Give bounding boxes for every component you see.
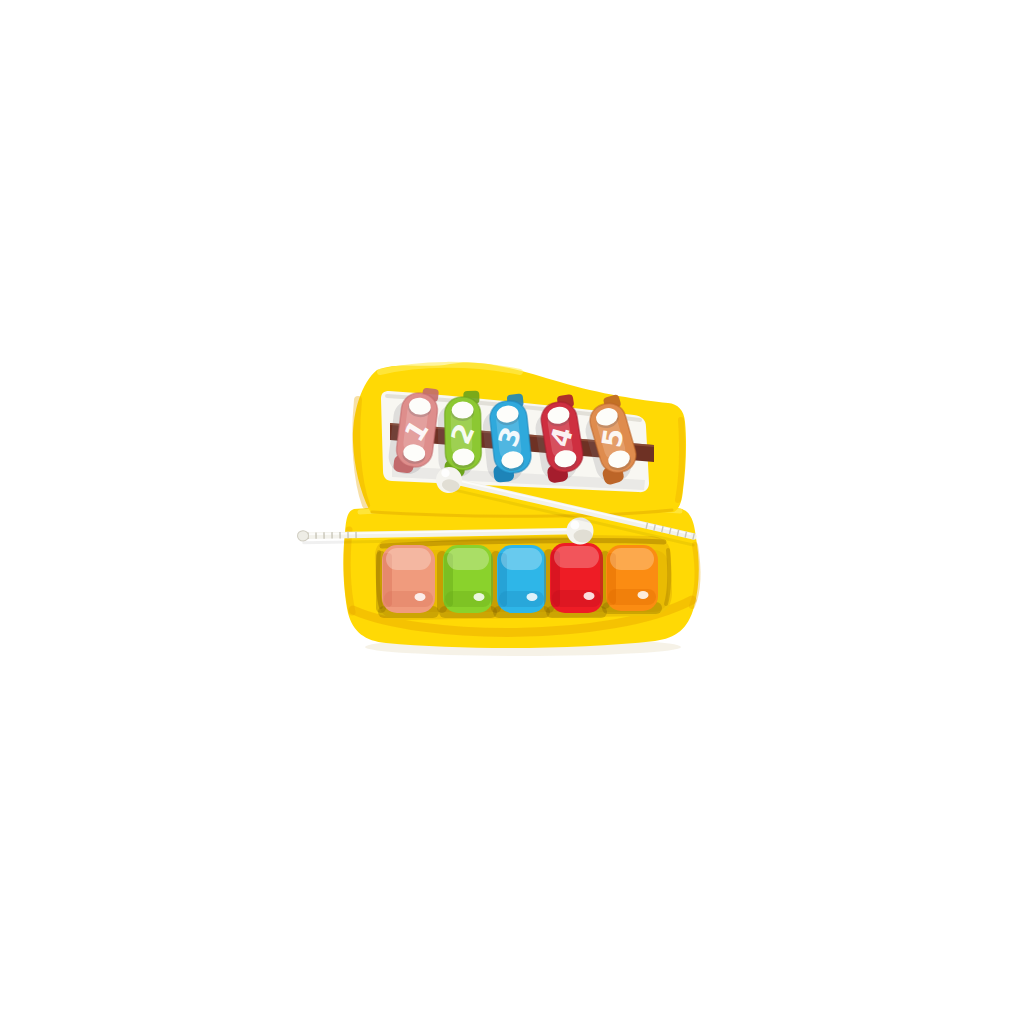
- key-4-sheen: [554, 546, 599, 568]
- key-3-sheen: [501, 548, 542, 570]
- piano-key-5: [600, 545, 662, 614]
- piano-key-4: [544, 543, 607, 618]
- piano-key-1: [376, 545, 439, 618]
- product-photo: 1 2 3: [0, 0, 1024, 1024]
- key-4-base-shade: [552, 590, 601, 607]
- key-5-gloss-spot: [638, 591, 649, 599]
- key-5-sheen: [610, 548, 654, 570]
- key-1-base-shade: [384, 591, 433, 607]
- toy-xylophone-piano: 1 2 3: [0, 0, 1024, 1024]
- key-1-gloss-spot: [415, 593, 426, 601]
- piano-key-3: [491, 545, 550, 618]
- piano-key-2: [437, 545, 497, 618]
- key-3-base-shade: [499, 591, 544, 607]
- key-4-gloss-spot: [584, 592, 595, 600]
- key-5-base-shade: [608, 589, 656, 605]
- mallet-lower-handle-knob: [297, 531, 308, 542]
- xylophone-bar-2: 2: [443, 391, 481, 478]
- key-3-gloss-spot: [527, 593, 538, 601]
- key-2-sheen: [447, 548, 489, 570]
- key-2-gloss-spot: [474, 593, 485, 601]
- key-1-sheen: [386, 548, 431, 570]
- key-2-base-shade: [445, 591, 491, 607]
